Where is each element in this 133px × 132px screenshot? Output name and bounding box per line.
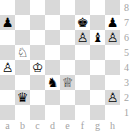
- square-c1[interactable]: [30, 105, 45, 120]
- square-e3[interactable]: ♕: [60, 75, 75, 90]
- piece-white-knight-b5[interactable]: ♘: [15, 45, 30, 60]
- square-h6[interactable]: ♙: [105, 30, 120, 45]
- square-f1[interactable]: [75, 105, 90, 120]
- square-f7[interactable]: ♚: [75, 15, 90, 30]
- square-h4[interactable]: [105, 60, 120, 75]
- square-c5[interactable]: [30, 45, 45, 60]
- file-labels: abcdefgh: [0, 120, 120, 132]
- piece-white-pawn-a4[interactable]: ♙: [0, 60, 15, 75]
- square-h2[interactable]: ♙: [105, 90, 120, 105]
- square-a7[interactable]: ♟: [0, 15, 15, 30]
- square-f2[interactable]: [75, 90, 90, 105]
- square-a8[interactable]: [0, 0, 15, 15]
- square-c4[interactable]: ♔: [30, 60, 45, 75]
- square-d4[interactable]: [45, 60, 60, 75]
- square-b8[interactable]: [15, 0, 30, 15]
- square-d2[interactable]: [45, 90, 60, 105]
- square-g3[interactable]: [90, 75, 105, 90]
- square-e4[interactable]: [60, 60, 75, 75]
- rank-label-5: 5: [120, 45, 133, 60]
- rank-label-6: 6: [120, 30, 133, 45]
- square-c8[interactable]: [30, 0, 45, 15]
- square-f3[interactable]: [75, 75, 90, 90]
- square-h3[interactable]: [105, 75, 120, 90]
- piece-black-bishop-g6[interactable]: ♝: [90, 30, 105, 45]
- square-e7[interactable]: [60, 15, 75, 30]
- square-g2[interactable]: [90, 90, 105, 105]
- square-d7[interactable]: [45, 15, 60, 30]
- rank-label-1: 1: [120, 105, 133, 120]
- piece-white-pawn-h6[interactable]: ♙: [105, 30, 120, 45]
- square-c2[interactable]: [30, 90, 45, 105]
- square-b1[interactable]: [15, 105, 30, 120]
- rank-label-7: 7: [120, 15, 133, 30]
- square-a1[interactable]: [0, 105, 15, 120]
- rank-label-2: 2: [120, 90, 133, 105]
- piece-black-queen-b2[interactable]: ♛: [15, 90, 30, 105]
- square-h7[interactable]: ♟: [105, 15, 120, 30]
- square-g5[interactable]: [90, 45, 105, 60]
- square-b7[interactable]: [15, 15, 30, 30]
- square-g6[interactable]: ♝: [90, 30, 105, 45]
- board-wrap: ♟♚♟♙♝♙♘♙♔♞♕♛♙ 87654321 abcdefgh: [0, 0, 133, 132]
- square-d3[interactable]: ♞: [45, 75, 60, 90]
- piece-black-pawn-a7[interactable]: ♟: [0, 15, 15, 30]
- square-g8[interactable]: [90, 0, 105, 15]
- square-b2[interactable]: ♛: [15, 90, 30, 105]
- square-f6[interactable]: ♙: [75, 30, 90, 45]
- rank-label-8: 8: [120, 0, 133, 15]
- piece-black-king-f7[interactable]: ♚: [75, 15, 90, 30]
- square-b3[interactable]: [15, 75, 30, 90]
- piece-black-pawn-h7[interactable]: ♟: [105, 15, 120, 30]
- square-d6[interactable]: [45, 30, 60, 45]
- piece-black-knight-d3[interactable]: ♞: [45, 75, 60, 90]
- file-label-f: f: [75, 120, 90, 132]
- square-c7[interactable]: [30, 15, 45, 30]
- square-h8[interactable]: [105, 0, 120, 15]
- square-g1[interactable]: [90, 105, 105, 120]
- file-label-d: d: [45, 120, 60, 132]
- chess-board: ♟♚♟♙♝♙♘♙♔♞♕♛♙: [0, 0, 120, 120]
- square-e6[interactable]: [60, 30, 75, 45]
- square-c6[interactable]: [30, 30, 45, 45]
- square-c3[interactable]: [30, 75, 45, 90]
- square-g7[interactable]: [90, 15, 105, 30]
- square-a6[interactable]: [0, 30, 15, 45]
- square-f4[interactable]: [75, 60, 90, 75]
- square-a3[interactable]: [0, 75, 15, 90]
- piece-white-queen-e3[interactable]: ♕: [60, 75, 75, 90]
- square-e8[interactable]: [60, 0, 75, 15]
- square-h1[interactable]: [105, 105, 120, 120]
- square-f8[interactable]: [75, 0, 90, 15]
- chess-diagram: ♟♚♟♙♝♙♘♙♔♞♕♛♙ 87654321 abcdefgh: [0, 0, 133, 132]
- file-label-h: h: [105, 120, 120, 132]
- piece-white-pawn-h2[interactable]: ♙: [105, 90, 120, 105]
- piece-white-pawn-f6[interactable]: ♙: [75, 30, 90, 45]
- square-d5[interactable]: [45, 45, 60, 60]
- square-g4[interactable]: [90, 60, 105, 75]
- square-e2[interactable]: [60, 90, 75, 105]
- file-label-a: a: [0, 120, 15, 132]
- square-e1[interactable]: [60, 105, 75, 120]
- square-d8[interactable]: [45, 0, 60, 15]
- rank-label-4: 4: [120, 60, 133, 75]
- rank-label-3: 3: [120, 75, 133, 90]
- rank-labels: 87654321: [120, 0, 133, 120]
- file-label-b: b: [15, 120, 30, 132]
- square-b4[interactable]: [15, 60, 30, 75]
- file-label-g: g: [90, 120, 105, 132]
- square-a5[interactable]: [0, 45, 15, 60]
- file-label-e: e: [60, 120, 75, 132]
- square-b5[interactable]: ♘: [15, 45, 30, 60]
- square-e5[interactable]: [60, 45, 75, 60]
- file-label-c: c: [30, 120, 45, 132]
- square-a4[interactable]: ♙: [0, 60, 15, 75]
- piece-white-king-c4[interactable]: ♔: [30, 60, 45, 75]
- square-d1[interactable]: [45, 105, 60, 120]
- square-b6[interactable]: [15, 30, 30, 45]
- square-h5[interactable]: [105, 45, 120, 60]
- square-a2[interactable]: [0, 90, 15, 105]
- square-f5[interactable]: [75, 45, 90, 60]
